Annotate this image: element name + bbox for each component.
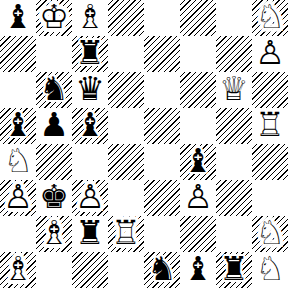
square-b3[interactable]: ♚ <box>36 180 72 216</box>
square-c8[interactable]: ♗ <box>72 0 108 36</box>
piece-white-bishop-c8[interactable]: ♗ <box>75 0 105 35</box>
square-f1[interactable]: ♝ <box>180 252 216 288</box>
piece-white-pawn-c3[interactable]: ♙ <box>75 180 105 215</box>
square-e7[interactable] <box>144 36 180 72</box>
square-g5[interactable] <box>216 108 252 144</box>
square-f6[interactable] <box>180 72 216 108</box>
piece-black-queen-c6[interactable]: ♛ <box>75 72 105 107</box>
square-d6[interactable] <box>108 72 144 108</box>
piece-white-rook-d2[interactable]: ♖ <box>111 216 141 251</box>
piece-black-rook-g1[interactable]: ♜ <box>219 252 249 287</box>
square-a5[interactable]: ♝ <box>0 108 36 144</box>
square-e2[interactable] <box>144 216 180 252</box>
piece-white-pawn-a3[interactable]: ♙ <box>3 180 33 215</box>
square-f5[interactable] <box>180 108 216 144</box>
square-d4[interactable] <box>108 144 144 180</box>
square-h6[interactable] <box>252 72 288 108</box>
square-g3[interactable] <box>216 180 252 216</box>
square-h3[interactable] <box>252 180 288 216</box>
square-a7[interactable] <box>0 36 36 72</box>
piece-black-rook-c7[interactable]: ♜ <box>75 36 105 71</box>
piece-black-bishop-f4[interactable]: ♝ <box>183 144 213 179</box>
square-c3[interactable]: ♙ <box>72 180 108 216</box>
piece-white-bishop-a1[interactable]: ♗ <box>3 252 33 287</box>
square-f4[interactable]: ♝ <box>180 144 216 180</box>
piece-white-queen-g6[interactable]: ♕ <box>219 72 249 107</box>
square-h5[interactable]: ♖ <box>252 108 288 144</box>
square-c4[interactable] <box>72 144 108 180</box>
square-e8[interactable] <box>144 0 180 36</box>
square-c1[interactable] <box>72 252 108 288</box>
square-h2[interactable]: ♘ <box>252 216 288 252</box>
piece-white-pawn-f3[interactable]: ♙ <box>183 180 213 215</box>
square-f8[interactable] <box>180 0 216 36</box>
square-b1[interactable] <box>36 252 72 288</box>
piece-white-pawn-h7[interactable]: ♙ <box>255 36 285 71</box>
square-b7[interactable] <box>36 36 72 72</box>
square-g2[interactable] <box>216 216 252 252</box>
square-d7[interactable] <box>108 36 144 72</box>
piece-white-knight-h1[interactable]: ♘ <box>255 252 285 287</box>
piece-black-bishop-c5[interactable]: ♝ <box>75 108 105 143</box>
square-b6[interactable]: ♞ <box>36 72 72 108</box>
piece-white-knight-a4[interactable]: ♘ <box>3 144 33 179</box>
square-h7[interactable]: ♙ <box>252 36 288 72</box>
square-d8[interactable] <box>108 0 144 36</box>
square-a3[interactable]: ♙ <box>0 180 36 216</box>
piece-black-rook-c2[interactable]: ♜ <box>75 216 105 251</box>
square-g1[interactable]: ♜ <box>216 252 252 288</box>
square-a6[interactable] <box>0 72 36 108</box>
square-a1[interactable]: ♗ <box>0 252 36 288</box>
square-c6[interactable]: ♛ <box>72 72 108 108</box>
square-f3[interactable]: ♙ <box>180 180 216 216</box>
square-b4[interactable] <box>36 144 72 180</box>
piece-black-bishop-a5[interactable]: ♝ <box>3 108 33 143</box>
square-e6[interactable] <box>144 72 180 108</box>
piece-black-bishop-f1[interactable]: ♝ <box>183 252 213 287</box>
square-h8[interactable]: ♘ <box>252 0 288 36</box>
piece-white-rook-h5[interactable]: ♖ <box>255 108 285 143</box>
square-b8[interactable]: ♔ <box>36 0 72 36</box>
piece-white-knight-h2[interactable]: ♘ <box>255 216 285 251</box>
square-b5[interactable]: ♟ <box>36 108 72 144</box>
square-f2[interactable] <box>180 216 216 252</box>
square-g4[interactable] <box>216 144 252 180</box>
piece-white-bishop-b2[interactable]: ♗ <box>39 216 69 251</box>
square-f7[interactable] <box>180 36 216 72</box>
piece-black-king-b3[interactable]: ♚ <box>39 180 69 215</box>
square-g7[interactable] <box>216 36 252 72</box>
piece-white-knight-h8[interactable]: ♘ <box>255 0 285 35</box>
square-d3[interactable] <box>108 180 144 216</box>
square-g6[interactable]: ♕ <box>216 72 252 108</box>
square-e5[interactable] <box>144 108 180 144</box>
square-e1[interactable]: ♞ <box>144 252 180 288</box>
square-d1[interactable] <box>108 252 144 288</box>
square-c7[interactable]: ♜ <box>72 36 108 72</box>
square-b2[interactable]: ♗ <box>36 216 72 252</box>
piece-white-king-b8[interactable]: ♔ <box>39 0 69 35</box>
square-a8[interactable]: ♝ <box>0 0 36 36</box>
square-e3[interactable] <box>144 180 180 216</box>
square-a4[interactable]: ♘ <box>0 144 36 180</box>
piece-black-bishop-a8[interactable]: ♝ <box>3 0 33 35</box>
square-a2[interactable] <box>0 216 36 252</box>
square-h1[interactable]: ♘ <box>252 252 288 288</box>
piece-black-pawn-b5[interactable]: ♟ <box>39 108 69 143</box>
piece-black-knight-b6[interactable]: ♞ <box>39 72 69 107</box>
chess-board: ♝♔♗♘♜♙♞♛♕♝♟♝♖♘♝♙♚♙♙♗♜♖♘♗♞♝♜♘ <box>0 0 288 288</box>
square-d2[interactable]: ♖ <box>108 216 144 252</box>
square-c5[interactable]: ♝ <box>72 108 108 144</box>
square-c2[interactable]: ♜ <box>72 216 108 252</box>
square-d5[interactable] <box>108 108 144 144</box>
square-g8[interactable] <box>216 0 252 36</box>
piece-black-knight-e1[interactable]: ♞ <box>147 252 177 287</box>
square-h4[interactable] <box>252 144 288 180</box>
square-e4[interactable] <box>144 144 180 180</box>
